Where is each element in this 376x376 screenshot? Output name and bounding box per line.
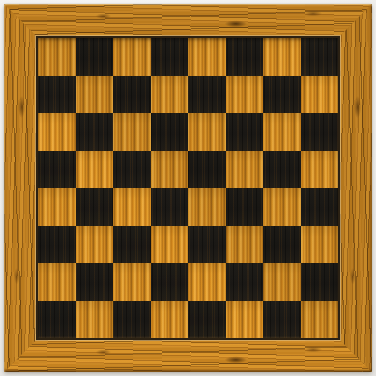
square-h7[interactable] <box>301 76 339 114</box>
square-g6[interactable] <box>263 113 301 151</box>
square-f4[interactable] <box>226 188 264 226</box>
square-a4[interactable] <box>38 188 76 226</box>
playing-area <box>38 38 338 338</box>
square-a5[interactable] <box>38 151 76 189</box>
square-b3[interactable] <box>76 226 114 264</box>
square-b1[interactable] <box>76 301 114 339</box>
square-h1[interactable] <box>301 301 339 339</box>
square-d3[interactable] <box>151 226 189 264</box>
square-f6[interactable] <box>226 113 264 151</box>
square-h3[interactable] <box>301 226 339 264</box>
square-f2[interactable] <box>226 263 264 301</box>
square-c3[interactable] <box>113 226 151 264</box>
square-e2[interactable] <box>188 263 226 301</box>
square-f7[interactable] <box>226 76 264 114</box>
square-e8[interactable] <box>188 38 226 76</box>
square-b5[interactable] <box>76 151 114 189</box>
square-a8[interactable] <box>38 38 76 76</box>
square-d7[interactable] <box>151 76 189 114</box>
square-a6[interactable] <box>38 113 76 151</box>
frame-bottom-rail <box>4 340 372 372</box>
square-d2[interactable] <box>151 263 189 301</box>
square-c2[interactable] <box>113 263 151 301</box>
square-g2[interactable] <box>263 263 301 301</box>
square-g1[interactable] <box>263 301 301 339</box>
square-f8[interactable] <box>226 38 264 76</box>
square-c5[interactable] <box>113 151 151 189</box>
square-e6[interactable] <box>188 113 226 151</box>
square-c4[interactable] <box>113 188 151 226</box>
square-d5[interactable] <box>151 151 189 189</box>
square-e7[interactable] <box>188 76 226 114</box>
square-e1[interactable] <box>188 301 226 339</box>
square-b2[interactable] <box>76 263 114 301</box>
square-h4[interactable] <box>301 188 339 226</box>
square-h2[interactable] <box>301 263 339 301</box>
square-b4[interactable] <box>76 188 114 226</box>
square-c8[interactable] <box>113 38 151 76</box>
square-f3[interactable] <box>226 226 264 264</box>
square-c7[interactable] <box>113 76 151 114</box>
square-g3[interactable] <box>263 226 301 264</box>
square-g5[interactable] <box>263 151 301 189</box>
square-a1[interactable] <box>38 301 76 339</box>
inner-border-groove <box>36 36 340 340</box>
square-d1[interactable] <box>151 301 189 339</box>
square-b6[interactable] <box>76 113 114 151</box>
square-a2[interactable] <box>38 263 76 301</box>
frame-right-rail <box>340 4 372 372</box>
square-e4[interactable] <box>188 188 226 226</box>
square-f5[interactable] <box>226 151 264 189</box>
square-d8[interactable] <box>151 38 189 76</box>
square-a7[interactable] <box>38 76 76 114</box>
square-d4[interactable] <box>151 188 189 226</box>
square-h5[interactable] <box>301 151 339 189</box>
frame-left-rail <box>4 4 36 372</box>
square-a3[interactable] <box>38 226 76 264</box>
square-c6[interactable] <box>113 113 151 151</box>
square-e3[interactable] <box>188 226 226 264</box>
square-h6[interactable] <box>301 113 339 151</box>
square-b8[interactable] <box>76 38 114 76</box>
square-f1[interactable] <box>226 301 264 339</box>
frame-top-rail <box>4 4 372 36</box>
square-h8[interactable] <box>301 38 339 76</box>
square-e5[interactable] <box>188 151 226 189</box>
square-d6[interactable] <box>151 113 189 151</box>
square-b7[interactable] <box>76 76 114 114</box>
chessboard <box>4 4 372 372</box>
square-g4[interactable] <box>263 188 301 226</box>
square-g8[interactable] <box>263 38 301 76</box>
square-c1[interactable] <box>113 301 151 339</box>
square-g7[interactable] <box>263 76 301 114</box>
